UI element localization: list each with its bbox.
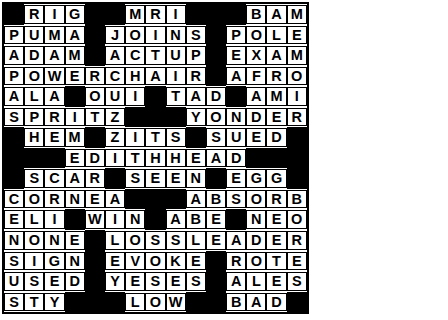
letter-cell[interactable]: B (226, 292, 246, 313)
cell-letter: R (226, 252, 246, 271)
cell-letter: L (24, 87, 44, 106)
cell-letter: N (65, 190, 85, 209)
cell-letter: B (246, 5, 266, 24)
letter-cell[interactable]: E (65, 230, 85, 251)
letter-cell[interactable]: O (125, 25, 145, 46)
letter-cell[interactable]: H (125, 66, 145, 87)
letter-cell[interactable]: I (125, 127, 145, 148)
cell-letter: A (246, 293, 266, 312)
letter-cell[interactable]: A (266, 45, 286, 66)
cell-letter: C (4, 190, 24, 209)
cell-letter: O (125, 231, 145, 250)
letter-cell[interactable]: O (145, 251, 165, 272)
letter-cell[interactable]: S (145, 230, 165, 251)
cell-letter: E (246, 128, 266, 147)
cell-letter: M (287, 46, 307, 65)
letter-cell[interactable]: D (65, 271, 85, 292)
letter-cell[interactable]: X (246, 45, 266, 66)
cell-letter: R (85, 169, 105, 188)
letter-cell[interactable]: E (186, 251, 206, 272)
letter-cell[interactable]: S (4, 107, 24, 128)
black-cell (44, 148, 64, 169)
letter-cell[interactable]: O (145, 292, 165, 313)
letter-cell[interactable]: W (85, 209, 105, 230)
cell-letter: A (226, 231, 246, 250)
letter-cell[interactable]: W (44, 66, 64, 87)
letter-cell[interactable]: N (186, 168, 206, 189)
letter-cell[interactable]: E (206, 230, 226, 251)
letter-cell[interactable]: H (166, 148, 186, 169)
letter-cell[interactable]: I (145, 25, 165, 46)
letter-cell[interactable]: E (105, 251, 125, 272)
letter-cell[interactable]: A (246, 292, 266, 313)
letter-cell[interactable]: R (85, 66, 105, 87)
cell-letter: E (65, 231, 85, 250)
letter-cell[interactable]: K (166, 251, 186, 272)
cell-letter: E (44, 272, 64, 291)
black-cell (145, 209, 165, 230)
cell-letter: E (266, 108, 286, 127)
letter-cell[interactable]: C (4, 189, 24, 210)
letter-cell[interactable]: Y (186, 107, 206, 128)
cell-letter: E (287, 26, 307, 45)
cell-letter: S (226, 190, 246, 209)
cell-letter: E (105, 252, 125, 271)
letter-cell[interactable]: I (166, 4, 186, 25)
letter-cell[interactable]: T (166, 86, 186, 107)
letter-cell[interactable]: C (125, 45, 145, 66)
letter-cell[interactable]: E (166, 271, 186, 292)
letter-cell[interactable]: A (65, 168, 85, 189)
letter-cell[interactable]: E (125, 271, 145, 292)
letter-cell[interactable]: I (287, 86, 307, 107)
letter-cell[interactable]: G (266, 168, 286, 189)
cell-letter: M (65, 128, 85, 147)
letter-cell[interactable]: R (145, 4, 165, 25)
cell-letter: A (166, 210, 186, 229)
cell-letter: N (246, 210, 266, 229)
letter-cell[interactable]: E (4, 209, 24, 230)
letter-cell[interactable]: R (226, 251, 246, 272)
letter-cell[interactable]: U (166, 45, 186, 66)
cell-letter: N (4, 231, 24, 250)
letter-cell[interactable]: P (24, 107, 44, 128)
letter-cell[interactable]: T (125, 148, 145, 169)
cell-letter: D (246, 231, 266, 250)
letter-cell[interactable]: O (85, 86, 105, 107)
letter-cell[interactable]: E (287, 251, 307, 272)
letter-cell[interactable]: E (266, 107, 286, 128)
letter-cell[interactable]: I (105, 209, 125, 230)
letter-cell[interactable]: T (145, 45, 165, 66)
cell-letter: T (24, 293, 44, 312)
cell-letter: G (65, 5, 85, 24)
letter-cell[interactable]: L (105, 230, 125, 251)
cell-letter: A (105, 46, 125, 65)
cell-letter: I (166, 67, 186, 86)
letter-cell[interactable]: R (266, 66, 286, 87)
black-cell (206, 292, 226, 313)
letter-cell[interactable]: S (186, 271, 206, 292)
letter-cell[interactable]: A (266, 4, 286, 25)
letter-cell[interactable]: T (85, 107, 105, 128)
letter-cell[interactable]: S (24, 271, 44, 292)
letter-cell[interactable]: O (246, 189, 266, 210)
letter-cell[interactable]: V (125, 251, 145, 272)
black-cell (145, 189, 165, 210)
cell-letter: T (145, 46, 165, 65)
cell-letter: P (4, 26, 24, 45)
letter-cell[interactable]: E (266, 271, 286, 292)
letter-cell[interactable]: A (166, 209, 186, 230)
cell-letter: Y (105, 272, 125, 291)
letter-cell[interactable]: N (226, 107, 246, 128)
letter-cell[interactable]: P (226, 25, 246, 46)
letter-cell[interactable]: E (206, 209, 226, 230)
cell-letter: Z (105, 108, 125, 127)
letter-cell[interactable]: E (287, 25, 307, 46)
cell-letter: T (145, 128, 165, 147)
cell-letter: E (206, 210, 226, 229)
letter-cell[interactable]: E (44, 127, 64, 148)
black-cell (24, 148, 44, 169)
black-cell (125, 107, 145, 128)
letter-cell[interactable]: S (145, 271, 165, 292)
letter-cell[interactable]: M (125, 4, 145, 25)
cell-letter: I (166, 5, 186, 24)
letter-cell[interactable]: O (24, 66, 44, 87)
letter-cell[interactable]: H (145, 148, 165, 169)
cell-letter: U (24, 26, 44, 45)
cell-letter: G (44, 252, 64, 271)
letter-cell[interactable]: I (24, 251, 44, 272)
cell-letter: T (125, 149, 145, 168)
letter-cell[interactable]: N (65, 251, 85, 272)
letter-cell[interactable]: D (85, 148, 105, 169)
cell-letter: M (266, 87, 286, 106)
letter-cell[interactable]: N (65, 189, 85, 210)
cell-letter: P (24, 108, 44, 127)
letter-cell[interactable]: E (145, 168, 165, 189)
letter-cell[interactable]: R (44, 107, 64, 128)
cell-letter: K (166, 252, 186, 271)
letter-cell[interactable]: M (287, 4, 307, 25)
cell-letter: D (65, 272, 85, 291)
cell-letter: R (266, 190, 286, 209)
letter-cell[interactable]: O (24, 230, 44, 251)
letter-cell[interactable]: S (186, 25, 206, 46)
letter-cell[interactable]: E (246, 127, 266, 148)
cell-letter: D (206, 87, 226, 106)
letter-cell[interactable]: C (105, 66, 125, 87)
black-cell (65, 209, 85, 230)
cell-letter: O (24, 67, 44, 86)
letter-cell[interactable]: J (105, 25, 125, 46)
cell-letter: E (85, 190, 105, 209)
cell-letter: I (44, 5, 64, 24)
cell-letter: I (105, 149, 125, 168)
letter-cell[interactable]: E (85, 189, 105, 210)
cell-letter: N (166, 26, 186, 45)
black-cell (186, 127, 206, 148)
letter-cell[interactable]: W (166, 292, 186, 313)
cell-letter: Y (186, 108, 206, 127)
letter-cell[interactable]: U (4, 271, 24, 292)
letter-cell[interactable]: G (246, 168, 266, 189)
letter-cell[interactable]: F (246, 66, 266, 87)
cell-letter: U (166, 46, 186, 65)
letter-cell[interactable]: G (44, 251, 64, 272)
cell-letter: N (44, 231, 64, 250)
letter-cell[interactable]: M (266, 86, 286, 107)
letter-cell[interactable]: G (65, 4, 85, 25)
letter-cell[interactable]: M (65, 45, 85, 66)
letter-cell[interactable]: E (65, 66, 85, 87)
black-cell (287, 168, 307, 189)
letter-cell[interactable]: I (65, 107, 85, 128)
letter-cell[interactable]: S (4, 251, 24, 272)
letter-cell[interactable]: S (125, 168, 145, 189)
black-cell (287, 292, 307, 313)
letter-cell[interactable]: S (166, 127, 186, 148)
black-cell (105, 4, 125, 25)
letter-cell[interactable]: T (266, 251, 286, 272)
letter-cell[interactable]: N (166, 25, 186, 46)
cell-letter: E (125, 272, 145, 291)
cell-letter: H (145, 149, 165, 168)
letter-cell[interactable]: R (24, 4, 44, 25)
letter-cell[interactable]: L (24, 209, 44, 230)
letter-cell[interactable]: D (24, 45, 44, 66)
letter-cell[interactable]: U (105, 86, 125, 107)
black-cell (4, 4, 24, 25)
cell-letter: P (4, 67, 24, 86)
cell-letter: L (266, 26, 286, 45)
cell-letter: A (44, 46, 64, 65)
letter-cell[interactable]: A (4, 86, 24, 107)
letter-cell[interactable]: E (186, 148, 206, 169)
cell-letter: B (206, 190, 226, 209)
letter-cell[interactable]: I (105, 148, 125, 169)
cell-letter: E (186, 252, 206, 271)
letter-cell[interactable]: A (44, 45, 64, 66)
letter-cell[interactable]: P (186, 45, 206, 66)
cell-letter: I (105, 210, 125, 229)
cell-letter: A (65, 169, 85, 188)
letter-cell[interactable]: S (287, 271, 307, 292)
cell-letter: O (145, 293, 165, 312)
letter-cell[interactable]: A (186, 86, 206, 107)
black-cell (85, 4, 105, 25)
letter-cell[interactable]: E (266, 230, 286, 251)
cell-letter: M (287, 5, 307, 24)
letter-cell[interactable]: I (44, 209, 64, 230)
cell-letter: B (287, 190, 307, 209)
cell-letter: S (24, 169, 44, 188)
cell-letter: H (166, 149, 186, 168)
cell-letter: G (266, 169, 286, 188)
black-cell (145, 86, 165, 107)
black-cell (226, 86, 246, 107)
letter-cell[interactable]: T (24, 292, 44, 313)
letter-cell[interactable]: S (206, 127, 226, 148)
letter-cell[interactable]: Y (105, 271, 125, 292)
cell-letter: I (65, 108, 85, 127)
letter-cell[interactable]: Z (105, 127, 125, 148)
letter-cell[interactable]: H (24, 127, 44, 148)
letter-cell[interactable]: E (44, 271, 64, 292)
letter-cell[interactable]: L (125, 292, 145, 313)
cell-letter: R (287, 231, 307, 250)
letter-cell[interactable]: P (4, 25, 24, 46)
cell-letter: E (186, 149, 206, 168)
letter-cell[interactable]: S (226, 189, 246, 210)
letter-cell[interactable]: R (186, 66, 206, 87)
cell-letter: T (85, 108, 105, 127)
letter-cell[interactable]: S (24, 168, 44, 189)
black-cell (145, 107, 165, 128)
letter-cell[interactable]: N (44, 230, 64, 251)
cell-letter: V (125, 252, 145, 271)
cell-letter: L (186, 231, 206, 250)
cell-letter: S (4, 293, 24, 312)
cell-letter: D (246, 108, 266, 127)
letter-cell[interactable]: R (266, 189, 286, 210)
cell-letter: O (145, 252, 165, 271)
letter-cell[interactable]: O (125, 230, 145, 251)
letter-cell[interactable]: I (125, 86, 145, 107)
black-cell (4, 168, 24, 189)
letter-cell[interactable]: O (206, 107, 226, 128)
cell-letter: R (186, 67, 206, 86)
letter-cell[interactable]: A (186, 189, 206, 210)
cell-letter: A (4, 46, 24, 65)
letter-cell[interactable]: R (287, 107, 307, 128)
letter-cell[interactable]: T (145, 127, 165, 148)
letter-cell[interactable]: E (166, 168, 186, 189)
cell-letter: P (226, 26, 246, 45)
cell-letter: B (186, 210, 206, 229)
letter-cell[interactable]: Z (105, 107, 125, 128)
cell-letter: S (125, 169, 145, 188)
letter-cell[interactable]: S (166, 230, 186, 251)
letter-cell[interactable]: L (246, 271, 266, 292)
letter-cell[interactable]: L (186, 230, 206, 251)
letter-cell[interactable]: I (166, 66, 186, 87)
cell-letter: D (24, 46, 44, 65)
cell-letter: E (145, 169, 165, 188)
letter-cell[interactable]: A (145, 66, 165, 87)
letter-cell[interactable]: D (226, 148, 246, 169)
letter-cell[interactable]: A (246, 86, 266, 107)
letter-cell[interactable]: O (287, 66, 307, 87)
letter-cell[interactable]: S (4, 292, 24, 313)
cell-letter: X (246, 46, 266, 65)
letter-cell[interactable]: A (65, 25, 85, 46)
cell-letter: O (246, 26, 266, 45)
letter-cell[interactable]: U (24, 25, 44, 46)
letter-cell[interactable]: B (206, 189, 226, 210)
letter-cell[interactable]: M (287, 45, 307, 66)
letter-cell[interactable]: N (4, 230, 24, 251)
letter-cell[interactable]: A (206, 148, 226, 169)
letter-cell[interactable]: E (65, 148, 85, 169)
letter-cell[interactable]: A (44, 86, 64, 107)
cell-letter: O (85, 87, 105, 106)
letter-cell[interactable]: M (65, 127, 85, 148)
letter-cell[interactable]: R (44, 189, 64, 210)
letter-cell[interactable]: A (226, 271, 246, 292)
letter-cell[interactable]: Y (44, 292, 64, 313)
cell-letter: A (206, 149, 226, 168)
letter-cell[interactable]: N (125, 209, 145, 230)
letter-cell[interactable]: R (85, 168, 105, 189)
cell-letter: A (226, 272, 246, 291)
letter-cell[interactable]: I (44, 4, 64, 25)
letter-cell[interactable]: D (266, 127, 286, 148)
letter-cell[interactable]: P (4, 66, 24, 87)
cell-letter: E (65, 67, 85, 86)
letter-cell[interactable]: A (226, 230, 246, 251)
letter-cell[interactable]: L (266, 25, 286, 46)
letter-cell[interactable]: E (266, 209, 286, 230)
letter-cell[interactable]: D (206, 86, 226, 107)
letter-cell[interactable]: L (24, 86, 44, 107)
cell-letter: M (125, 5, 145, 24)
cell-letter: R (287, 108, 307, 127)
letter-cell[interactable]: O (24, 189, 44, 210)
letter-cell[interactable]: A (105, 45, 125, 66)
letter-cell[interactable]: N (246, 209, 266, 230)
letter-cell[interactable]: A (226, 66, 246, 87)
black-cell (85, 127, 105, 148)
black-cell (105, 292, 125, 313)
letter-cell[interactable]: B (186, 209, 206, 230)
letter-cell[interactable]: U (226, 127, 246, 148)
letter-cell[interactable]: B (287, 189, 307, 210)
letter-cell[interactable]: O (246, 25, 266, 46)
black-cell (186, 4, 206, 25)
letter-cell[interactable]: E (226, 168, 246, 189)
letter-cell[interactable]: D (246, 230, 266, 251)
letter-cell[interactable]: D (266, 292, 286, 313)
cell-letter: O (246, 190, 266, 209)
cell-letter: W (166, 293, 186, 312)
cell-letter: P (186, 46, 206, 65)
cell-letter: R (24, 5, 44, 24)
cell-letter: R (145, 5, 165, 24)
letter-cell[interactable]: R (287, 230, 307, 251)
letter-cell[interactable]: C (44, 168, 64, 189)
letter-cell[interactable]: B (246, 4, 266, 25)
letter-cell[interactable]: O (287, 209, 307, 230)
black-cell (206, 251, 226, 272)
letter-cell[interactable]: A (105, 189, 125, 210)
cell-letter: Y (44, 293, 64, 312)
cell-letter: A (186, 87, 206, 106)
cell-letter: D (266, 293, 286, 312)
letter-cell[interactable]: E (226, 45, 246, 66)
letter-cell[interactable]: M (44, 25, 64, 46)
cell-letter: C (44, 169, 64, 188)
letter-cell[interactable]: D (246, 107, 266, 128)
black-cell (186, 292, 206, 313)
black-cell (226, 4, 246, 25)
black-cell (166, 189, 186, 210)
letter-cell[interactable]: O (246, 251, 266, 272)
cell-letter: R (44, 108, 64, 127)
letter-cell[interactable]: A (4, 45, 24, 66)
